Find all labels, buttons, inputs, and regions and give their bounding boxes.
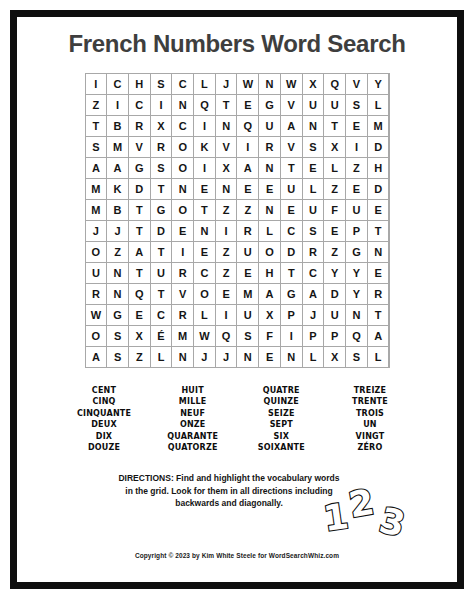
- worksheet-page: French Numbers Word Search ICHSCLJWNWXQV…: [10, 10, 464, 589]
- grid-cell-r11c11[interactable]: A: [303, 284, 324, 304]
- word-list: CENTCINQCINQUANTEDEUXDIXDOUZEHUITMILLENE…: [72, 385, 402, 453]
- grid-cell-r8c4[interactable]: D: [151, 221, 172, 241]
- grid-cell-r6c11[interactable]: L: [303, 179, 324, 199]
- grid-cell-r9c2[interactable]: Z: [107, 242, 128, 262]
- grid-cell-r12c8[interactable]: U: [237, 305, 258, 325]
- word-item: SOIXANTE: [249, 442, 313, 453]
- grid-cell-r5c12[interactable]: L: [324, 158, 345, 178]
- grid-cell-r2c4[interactable]: I: [151, 95, 172, 115]
- grid-cell-r14c14[interactable]: L: [368, 347, 389, 367]
- grid-cell-r6c2[interactable]: K: [107, 179, 128, 199]
- grid-cell-r10c7[interactable]: Z: [216, 263, 237, 283]
- word-item: DOUZE: [72, 442, 136, 453]
- grid-cell-r12c7[interactable]: I: [216, 305, 237, 325]
- grid-cell-r9c4[interactable]: T: [151, 242, 172, 262]
- grid-cell-r3c1[interactable]: T: [86, 116, 107, 136]
- grid-cell-r10c14[interactable]: E: [368, 263, 389, 283]
- grid-cell-r11c3[interactable]: Q: [129, 284, 150, 304]
- grid-cell-r3c9[interactable]: U: [259, 116, 280, 136]
- grid-cell-r5c2[interactable]: A: [107, 158, 128, 178]
- grid-cell-r12c12[interactable]: U: [324, 305, 345, 325]
- grid-cell-r3c12[interactable]: T: [324, 116, 345, 136]
- grid-cell-r4c10[interactable]: V: [281, 137, 302, 157]
- grid-cell-r4c13[interactable]: I: [346, 137, 367, 157]
- grid-cell-r11c7[interactable]: E: [216, 284, 237, 304]
- grid-cell-r9c3[interactable]: A: [129, 242, 150, 262]
- grid-cell-r6c3[interactable]: D: [129, 179, 150, 199]
- word-list-column: CENTCINQCINQUANTEDEUXDIXDOUZE: [72, 385, 136, 453]
- grid-cell-r14c4[interactable]: L: [151, 347, 172, 367]
- grid-cell-r11c8[interactable]: M: [237, 284, 258, 304]
- grid-cell-r9c13[interactable]: G: [346, 242, 367, 262]
- word-item: ZÉRO: [338, 442, 402, 453]
- grid-cell-r13c5[interactable]: M: [172, 326, 193, 346]
- grid-cell-r2c7[interactable]: T: [216, 95, 237, 115]
- grid-cell-r14c10[interactable]: N: [281, 347, 302, 367]
- grid-cell-r1c8[interactable]: W: [237, 74, 258, 94]
- grid-cell-r13c3[interactable]: X: [129, 326, 150, 346]
- grid-cell-r6c8[interactable]: E: [237, 179, 258, 199]
- grid-cell-r7c7[interactable]: Z: [216, 200, 237, 220]
- copyright-text: Copyright © 2023 by Kim White Steele for…: [17, 552, 457, 559]
- grid-cell-r4c11[interactable]: S: [303, 137, 324, 157]
- word-item: QUARANTE: [161, 431, 225, 442]
- grid-cell-r13c1[interactable]: O: [86, 326, 107, 346]
- grid-cell-r8c11[interactable]: S: [303, 221, 324, 241]
- grid-cell-r5c9[interactable]: N: [259, 158, 280, 178]
- grid-cell-r14c8[interactable]: N: [237, 347, 258, 367]
- grid-cell-r3c13[interactable]: E: [346, 116, 367, 136]
- grid-cell-r10c3[interactable]: T: [129, 263, 150, 283]
- grid-cell-r3c7[interactable]: N: [216, 116, 237, 136]
- grid-cell-r11c6[interactable]: O: [194, 284, 215, 304]
- grid-cell-r5c3[interactable]: G: [129, 158, 150, 178]
- grid-cell-r2c1[interactable]: Z: [86, 95, 107, 115]
- grid-cell-r10c10[interactable]: T: [281, 263, 302, 283]
- grid-cell-r13c12[interactable]: P: [324, 326, 345, 346]
- grid-cell-r11c13[interactable]: Y: [346, 284, 367, 304]
- grid-cell-r9c12[interactable]: Z: [324, 242, 345, 262]
- grid-cell-r10c8[interactable]: E: [237, 263, 258, 283]
- grid-cell-r12c10[interactable]: P: [281, 305, 302, 325]
- grid-cell-r2c8[interactable]: E: [237, 95, 258, 115]
- grid-cell-r11c12[interactable]: D: [324, 284, 345, 304]
- word-item: QUATRE: [249, 385, 313, 396]
- grid-cell-r14c9[interactable]: E: [259, 347, 280, 367]
- word-item: SIX: [249, 431, 313, 442]
- word-item: QUATORZE: [161, 442, 225, 453]
- grid-cell-r14c2[interactable]: S: [107, 347, 128, 367]
- grid-cell-r9c8[interactable]: U: [237, 242, 258, 262]
- grid-cell-r9c14[interactable]: N: [368, 242, 389, 262]
- grid-cell-r13c7[interactable]: Q: [216, 326, 237, 346]
- grid-cell-r6c7[interactable]: N: [216, 179, 237, 199]
- grid-cell-r3c14[interactable]: M: [368, 116, 389, 136]
- grid-cell-r5c6[interactable]: I: [194, 158, 215, 178]
- bubble-digit-3: 3: [376, 499, 408, 540]
- grid-cell-r9c6[interactable]: E: [194, 242, 215, 262]
- page-title: French Numbers Word Search: [17, 30, 457, 58]
- grid-cell-r7c1[interactable]: M: [86, 200, 107, 220]
- grid-cell-r7c2[interactable]: B: [107, 200, 128, 220]
- grid-cell-r2c3[interactable]: C: [129, 95, 150, 115]
- word-item: TREIZE: [338, 385, 402, 396]
- word-item: NEUF: [161, 408, 225, 419]
- grid-cell-r11c9[interactable]: A: [259, 284, 280, 304]
- grid-cell-r8c5[interactable]: E: [172, 221, 193, 241]
- grid-cell-r5c1[interactable]: A: [86, 158, 107, 178]
- grid-cell-r2c10[interactable]: V: [281, 95, 302, 115]
- grid-cell-r6c13[interactable]: E: [346, 179, 367, 199]
- grid-cell-r3c8[interactable]: Q: [237, 116, 258, 136]
- grid-cell-r4c2[interactable]: M: [107, 137, 128, 157]
- grid-cell-r7c11[interactable]: U: [303, 200, 324, 220]
- grid-cell-r4c9[interactable]: R: [259, 137, 280, 157]
- grid-cell-r13c9[interactable]: F: [259, 326, 280, 346]
- grid-cell-r1c7[interactable]: J: [216, 74, 237, 94]
- grid-cell-r5c10[interactable]: T: [281, 158, 302, 178]
- grid-cell-r13c11[interactable]: P: [303, 326, 324, 346]
- grid-cell-r9c1[interactable]: O: [86, 242, 107, 262]
- grid-cell-r8c14[interactable]: T: [368, 221, 389, 241]
- grid-cell-r4c3[interactable]: V: [129, 137, 150, 157]
- grid-cell-r4c4[interactable]: R: [151, 137, 172, 157]
- grid-cell-r12c11[interactable]: J: [303, 305, 324, 325]
- word-item: TROIS: [338, 408, 402, 419]
- grid-cell-r7c4[interactable]: G: [151, 200, 172, 220]
- grid-cell-r7c5[interactable]: O: [172, 200, 193, 220]
- grid-cell-r2c6[interactable]: Q: [194, 95, 215, 115]
- grid-cell-r12c4[interactable]: C: [151, 305, 172, 325]
- word-item: DIX: [72, 431, 136, 442]
- word-item: VINGT: [338, 431, 402, 442]
- grid-cell-r4c12[interactable]: X: [324, 137, 345, 157]
- grid-cell-r8c1[interactable]: J: [86, 221, 107, 241]
- grid-cell-r4c8[interactable]: I: [237, 137, 258, 157]
- word-item: QUINZE: [249, 396, 313, 407]
- grid-cell-r1c5[interactable]: C: [172, 74, 193, 94]
- grid-cell-r5c5[interactable]: O: [172, 158, 193, 178]
- word-item: CINQUANTE: [72, 408, 136, 419]
- bubble-digit-1: 1: [321, 495, 351, 539]
- grid-cell-r3c5[interactable]: C: [172, 116, 193, 136]
- grid-cell-r6c5[interactable]: N: [172, 179, 193, 199]
- grid-cell-r14c12[interactable]: X: [324, 347, 345, 367]
- grid-cell-r13c4[interactable]: É: [151, 326, 172, 346]
- grid-cell-r13c13[interactable]: Q: [346, 326, 367, 346]
- grid-cell-r12c9[interactable]: X: [259, 305, 280, 325]
- grid-cell-r12c14[interactable]: T: [368, 305, 389, 325]
- word-list-column: QUATREQUINZESEIZESEPTSIXSOIXANTE: [249, 385, 313, 453]
- word-item: MILLE: [161, 396, 225, 407]
- grid-cell-r5c11[interactable]: E: [303, 158, 324, 178]
- grid-cell-r1c14[interactable]: Y: [368, 74, 389, 94]
- grid-cell-r6c14[interactable]: D: [368, 179, 389, 199]
- grid-cell-r2c11[interactable]: U: [303, 95, 324, 115]
- word-item: SEPT: [249, 419, 313, 430]
- grid-cell-r8c2[interactable]: J: [107, 221, 128, 241]
- grid-cell-r5c4[interactable]: S: [151, 158, 172, 178]
- grid-cell-r5c8[interactable]: A: [237, 158, 258, 178]
- grid-cell-r6c4[interactable]: T: [151, 179, 172, 199]
- grid-cell-r8c7[interactable]: I: [216, 221, 237, 241]
- grid-cell-r14c5[interactable]: N: [172, 347, 193, 367]
- word-item: CENT: [72, 385, 136, 396]
- grid-cell-r10c2[interactable]: N: [107, 263, 128, 283]
- grid-cell-r2c9[interactable]: G: [259, 95, 280, 115]
- grid-cell-r8c10[interactable]: C: [281, 221, 302, 241]
- grid-cell-r13c8[interactable]: S: [237, 326, 258, 346]
- grid-cell-r11c5[interactable]: V: [172, 284, 193, 304]
- grid-cell-r9c9[interactable]: O: [259, 242, 280, 262]
- grid-cell-r2c13[interactable]: S: [346, 95, 367, 115]
- grid-cell-r7c14[interactable]: E: [368, 200, 389, 220]
- grid-cell-r7c10[interactable]: E: [281, 200, 302, 220]
- grid-cell-r12c2[interactable]: G: [107, 305, 128, 325]
- grid-cell-r12c1[interactable]: W: [86, 305, 107, 325]
- grid-cell-r7c6[interactable]: T: [194, 200, 215, 220]
- grid-cell-r9c5[interactable]: I: [172, 242, 193, 262]
- grid-cell-r14c7[interactable]: J: [216, 347, 237, 367]
- grid-cell-r9c10[interactable]: D: [281, 242, 302, 262]
- grid-cell-r12c3[interactable]: E: [129, 305, 150, 325]
- grid-cell-r7c3[interactable]: T: [129, 200, 150, 220]
- grid-cell-r7c13[interactable]: U: [346, 200, 367, 220]
- grid-cell-r14c1[interactable]: A: [86, 347, 107, 367]
- grid-cell-r10c4[interactable]: U: [151, 263, 172, 283]
- grid-cell-r3c2[interactable]: B: [107, 116, 128, 136]
- grid-cell-r8c12[interactable]: E: [324, 221, 345, 241]
- grid-cell-r13c10[interactable]: I: [281, 326, 302, 346]
- grid-cell-r2c14[interactable]: L: [368, 95, 389, 115]
- grid-cell-r3c3[interactable]: R: [129, 116, 150, 136]
- grid-cell-r1c9[interactable]: N: [259, 74, 280, 94]
- grid-cell-r11c10[interactable]: G: [281, 284, 302, 304]
- grid-cell-r8c3[interactable]: T: [129, 221, 150, 241]
- grid-cell-r13c2[interactable]: S: [107, 326, 128, 346]
- grid-cell-r14c6[interactable]: J: [194, 347, 215, 367]
- grid-cell-r1c2[interactable]: C: [107, 74, 128, 94]
- grid-cell-r8c13[interactable]: P: [346, 221, 367, 241]
- grid-cell-r14c3[interactable]: Z: [129, 347, 150, 367]
- grid-cell-r10c1[interactable]: U: [86, 263, 107, 283]
- grid-cell-r7c8[interactable]: Z: [237, 200, 258, 220]
- grid-cell-r1c3[interactable]: H: [129, 74, 150, 94]
- word-item: UN: [338, 419, 402, 430]
- grid-cell-r8c6[interactable]: N: [194, 221, 215, 241]
- grid-cell-r8c9[interactable]: L: [259, 221, 280, 241]
- word-item: ONZE: [161, 419, 225, 430]
- grid-cell-r9c7[interactable]: Z: [216, 242, 237, 262]
- grid-cell-r3c4[interactable]: X: [151, 116, 172, 136]
- grid-cell-r12c13[interactable]: N: [346, 305, 367, 325]
- grid-cell-r6c6[interactable]: E: [194, 179, 215, 199]
- word-list-column: HUITMILLENEUFONZEQUARANTEQUATORZE: [161, 385, 225, 453]
- grid-cell-r1c13[interactable]: V: [346, 74, 367, 94]
- grid-cell-r6c10[interactable]: U: [281, 179, 302, 199]
- grid-cell-r6c12[interactable]: Z: [324, 179, 345, 199]
- grid-cell-r4c5[interactable]: O: [172, 137, 193, 157]
- grid-cell-r6c9[interactable]: E: [259, 179, 280, 199]
- grid-cell-r10c12[interactable]: Y: [324, 263, 345, 283]
- grid-cell-r11c14[interactable]: R: [368, 284, 389, 304]
- grid-cell-r10c6[interactable]: C: [194, 263, 215, 283]
- word-list-column: TREIZETRENTETROISUNVINGTZÉRO: [338, 385, 402, 453]
- grid-cell-r10c9[interactable]: H: [259, 263, 280, 283]
- grid-cell-r3c6[interactable]: I: [194, 116, 215, 136]
- grid-cell-r1c10[interactable]: W: [281, 74, 302, 94]
- grid-cell-r1c12[interactable]: Q: [324, 74, 345, 94]
- grid-cell-r12c5[interactable]: R: [172, 305, 193, 325]
- grid-cell-r1c11[interactable]: X: [303, 74, 324, 94]
- bubble-digit-2: 2: [346, 481, 377, 526]
- grid-cell-r4c14[interactable]: D: [368, 137, 389, 157]
- grid-cell-r4c1[interactable]: S: [86, 137, 107, 157]
- grid-cell-r11c4[interactable]: T: [151, 284, 172, 304]
- word-item: HUIT: [161, 385, 225, 396]
- word-search-grid: ICHSCLJWNWXQVYZICINQTEGVUUSLTBRXCINQUANT…: [85, 73, 390, 368]
- grid-cell-r5c7[interactable]: X: [216, 158, 237, 178]
- grid-cell-r6c1[interactable]: M: [86, 179, 107, 199]
- grid-cell-r9c11[interactable]: R: [303, 242, 324, 262]
- grid-cell-r10c5[interactable]: R: [172, 263, 193, 283]
- grid-cell-r13c6[interactable]: W: [194, 326, 215, 346]
- word-item: TRENTE: [338, 396, 402, 407]
- grid-cell-r5c14[interactable]: H: [368, 158, 389, 178]
- word-item: CINQ: [72, 396, 136, 407]
- grid-cell-r7c12[interactable]: F: [324, 200, 345, 220]
- grid-cell-r3c11[interactable]: N: [303, 116, 324, 136]
- bottom-section: DIRECTIONS: Find and highlight the vocab…: [17, 472, 457, 544]
- grid-cell-r1c1[interactable]: I: [86, 74, 107, 94]
- grid-cell-r2c12[interactable]: U: [324, 95, 345, 115]
- grid-cell-r5c13[interactable]: Z: [346, 158, 367, 178]
- grid-cell-r12c6[interactable]: L: [194, 305, 215, 325]
- grid-cell-r14c11[interactable]: L: [303, 347, 324, 367]
- grid-cell-r4c7[interactable]: V: [216, 137, 237, 157]
- word-item: DEUX: [72, 419, 136, 430]
- grid-cell-r1c6[interactable]: L: [194, 74, 215, 94]
- grid-cell-r8c8[interactable]: R: [237, 221, 258, 241]
- grid-cell-r2c5[interactable]: N: [172, 95, 193, 115]
- numbers-123-decoration: 1 2 3: [320, 474, 408, 540]
- grid-cell-r11c1[interactable]: R: [86, 284, 107, 304]
- grid-cell-r2c2[interactable]: I: [107, 95, 128, 115]
- word-item: SEIZE: [249, 408, 313, 419]
- grid-cell-r7c9[interactable]: N: [259, 200, 280, 220]
- grid-cell-r10c11[interactable]: C: [303, 263, 324, 283]
- grid-cell-r10c13[interactable]: Y: [346, 263, 367, 283]
- grid-cell-r13c14[interactable]: A: [368, 326, 389, 346]
- grid-cell-r4c6[interactable]: K: [194, 137, 215, 157]
- grid-cell-r11c2[interactable]: N: [107, 284, 128, 304]
- grid-cell-r1c4[interactable]: S: [151, 74, 172, 94]
- grid-cell-r14c13[interactable]: S: [346, 347, 367, 367]
- grid-cell-r3c10[interactable]: A: [281, 116, 302, 136]
